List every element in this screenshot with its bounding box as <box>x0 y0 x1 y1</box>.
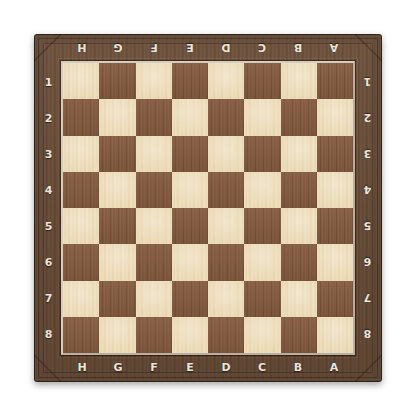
square-b4[interactable] <box>281 172 317 208</box>
square-a4[interactable] <box>317 172 353 208</box>
square-h2[interactable] <box>63 99 99 135</box>
rank-label-left-5: 5 <box>35 208 62 244</box>
square-a6[interactable] <box>317 244 353 280</box>
square-d8[interactable] <box>208 317 244 353</box>
square-e3[interactable] <box>172 136 208 172</box>
square-d6[interactable] <box>208 244 244 280</box>
square-d7[interactable] <box>208 281 244 317</box>
square-g5[interactable] <box>99 208 135 244</box>
square-g4[interactable] <box>99 172 135 208</box>
square-c4[interactable] <box>244 172 280 208</box>
rank-label-left-8: 8 <box>35 316 62 352</box>
square-a7[interactable] <box>317 281 353 317</box>
square-h4[interactable] <box>63 172 99 208</box>
page: H G F E D C B A H G F E D C B A 1 2 3 4 … <box>0 0 416 416</box>
file-label-bottom-d: D <box>208 354 244 381</box>
file-label-top-a: A <box>316 34 352 61</box>
rank-label-right-4: 4 <box>354 172 381 208</box>
rank-label-right-1: 1 <box>354 64 381 100</box>
square-a2[interactable] <box>317 99 353 135</box>
file-labels-bottom: H G F E D C B A <box>64 354 352 381</box>
square-h8[interactable] <box>63 317 99 353</box>
file-label-top-f: F <box>136 34 172 61</box>
square-a3[interactable] <box>317 136 353 172</box>
file-label-top-g: G <box>100 34 136 61</box>
file-labels-top: H G F E D C B A <box>64 34 352 61</box>
square-c3[interactable] <box>244 136 280 172</box>
square-f3[interactable] <box>136 136 172 172</box>
rank-label-right-2: 2 <box>354 100 381 136</box>
rank-label-left-2: 2 <box>35 100 62 136</box>
square-b8[interactable] <box>281 317 317 353</box>
rank-label-right-8: 8 <box>354 316 381 352</box>
square-e8[interactable] <box>172 317 208 353</box>
square-h6[interactable] <box>63 244 99 280</box>
square-b3[interactable] <box>281 136 317 172</box>
rank-label-left-3: 3 <box>35 136 62 172</box>
file-label-bottom-f: F <box>136 354 172 381</box>
square-f7[interactable] <box>136 281 172 317</box>
square-h5[interactable] <box>63 208 99 244</box>
square-a1[interactable] <box>317 63 353 99</box>
file-label-bottom-e: E <box>172 354 208 381</box>
rank-labels-right: 1 2 3 4 5 6 7 8 <box>354 64 381 352</box>
square-h1[interactable] <box>63 63 99 99</box>
file-label-top-e: E <box>172 34 208 61</box>
file-label-top-c: C <box>244 34 280 61</box>
square-c2[interactable] <box>244 99 280 135</box>
square-d2[interactable] <box>208 99 244 135</box>
square-d3[interactable] <box>208 136 244 172</box>
rank-label-right-3: 3 <box>354 136 381 172</box>
file-label-bottom-c: C <box>244 354 280 381</box>
file-label-bottom-a: A <box>316 354 352 381</box>
board-grid <box>63 63 353 353</box>
square-h3[interactable] <box>63 136 99 172</box>
file-label-bottom-b: B <box>280 354 316 381</box>
square-f4[interactable] <box>136 172 172 208</box>
square-e6[interactable] <box>172 244 208 280</box>
square-f6[interactable] <box>136 244 172 280</box>
square-e7[interactable] <box>172 281 208 317</box>
square-b6[interactable] <box>281 244 317 280</box>
file-label-bottom-g: G <box>100 354 136 381</box>
square-f1[interactable] <box>136 63 172 99</box>
rank-label-right-7: 7 <box>354 280 381 316</box>
rank-label-right-6: 6 <box>354 244 381 280</box>
square-h7[interactable] <box>63 281 99 317</box>
square-c6[interactable] <box>244 244 280 280</box>
file-label-top-d: D <box>208 34 244 61</box>
square-g2[interactable] <box>99 99 135 135</box>
square-e2[interactable] <box>172 99 208 135</box>
square-a5[interactable] <box>317 208 353 244</box>
square-f2[interactable] <box>136 99 172 135</box>
square-e5[interactable] <box>172 208 208 244</box>
file-label-top-h: H <box>64 34 100 61</box>
rank-label-left-7: 7 <box>35 280 62 316</box>
square-c7[interactable] <box>244 281 280 317</box>
rank-label-right-5: 5 <box>354 208 381 244</box>
square-e1[interactable] <box>172 63 208 99</box>
square-g6[interactable] <box>99 244 135 280</box>
square-d5[interactable] <box>208 208 244 244</box>
square-f5[interactable] <box>136 208 172 244</box>
rank-label-left-4: 4 <box>35 172 62 208</box>
file-label-bottom-h: H <box>64 354 100 381</box>
square-c1[interactable] <box>244 63 280 99</box>
rank-label-left-1: 1 <box>35 64 62 100</box>
square-f8[interactable] <box>136 317 172 353</box>
square-b2[interactable] <box>281 99 317 135</box>
square-e4[interactable] <box>172 172 208 208</box>
rank-labels-left: 1 2 3 4 5 6 7 8 <box>35 64 62 352</box>
rank-label-left-6: 6 <box>35 244 62 280</box>
square-g8[interactable] <box>99 317 135 353</box>
file-label-top-b: B <box>280 34 316 61</box>
chess-board: H G F E D C B A H G F E D C B A 1 2 3 4 … <box>34 34 382 382</box>
square-b7[interactable] <box>281 281 317 317</box>
square-g1[interactable] <box>99 63 135 99</box>
square-c8[interactable] <box>244 317 280 353</box>
square-c5[interactable] <box>244 208 280 244</box>
square-g3[interactable] <box>99 136 135 172</box>
square-a8[interactable] <box>317 317 353 353</box>
playing-area <box>61 61 355 355</box>
square-b1[interactable] <box>281 63 317 99</box>
square-d1[interactable] <box>208 63 244 99</box>
square-b5[interactable] <box>281 208 317 244</box>
square-g7[interactable] <box>99 281 135 317</box>
square-d4[interactable] <box>208 172 244 208</box>
